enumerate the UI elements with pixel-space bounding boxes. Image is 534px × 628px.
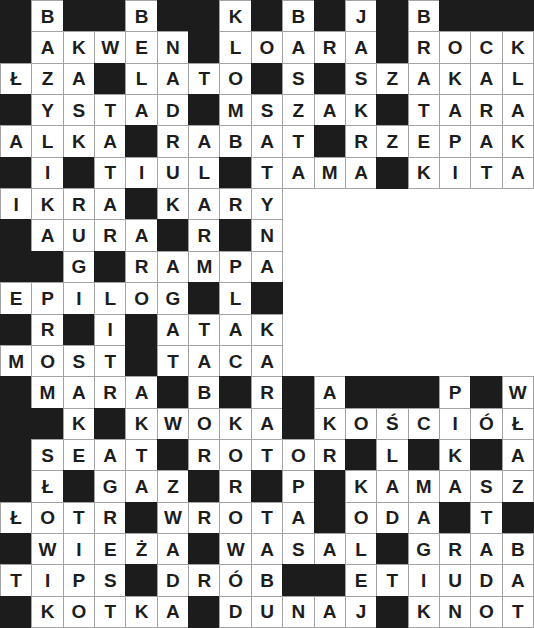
letter-cell-r16c14[interactable]: M [409,471,439,501]
letter-cell-r16c8[interactable]: R [220,471,250,501]
black-cell-r18c13 [377,534,407,564]
letter-cell-r13c11[interactable]: A [315,377,345,407]
void-r12c10 [283,346,313,376]
black-cell-r1c7 [189,1,219,31]
letter-cell-r9c5[interactable]: R [126,252,156,282]
letter-cell-r19c3[interactable]: P [64,565,94,595]
letter-cell-r18c3[interactable]: I [64,534,94,564]
letter-cell-r4c16[interactable]: R [471,95,501,125]
letter-cell-r3c15[interactable]: K [440,64,470,94]
letter-cell-r2c14[interactable]: R [409,32,439,62]
letter-cell-r4c17[interactable]: A [503,95,533,125]
letter-cell-r8c5[interactable]: A [126,220,156,250]
letter-cell-r2c5[interactable]: E [126,32,156,62]
letter-cell-r8c3[interactable]: U [64,220,94,250]
letter-cell-r4c12[interactable]: K [346,95,376,125]
letter-cell-r11c7[interactable]: T [189,315,219,345]
letter-cell-r13c9[interactable]: R [252,377,282,407]
letter-cell-r1c14[interactable]: B [409,1,439,31]
black-cell-r14c10 [283,409,313,439]
letter-cell-r15c10[interactable]: O [283,440,313,470]
letter-cell-r2c3[interactable]: K [64,32,94,62]
letter-cell-r6c14[interactable]: K [409,158,439,188]
letter-cell-r5c17[interactable]: K [503,126,533,156]
letter-cell-r3c14[interactable]: A [409,64,439,94]
letter-cell-r16c16[interactable]: S [471,471,501,501]
letter-cell-r17c16[interactable]: T [471,503,501,533]
letter-cell-r14c7[interactable]: O [189,409,219,439]
void-r8c15 [440,220,470,250]
letter-cell-r19c6[interactable]: D [158,565,188,595]
letter-cell-r7c3[interactable]: R [64,189,94,219]
letter-cell-r2c6[interactable]: N [158,32,188,62]
letter-cell-r10c4[interactable]: L [95,283,125,313]
letter-cell-r13c2[interactable]: M [32,377,62,407]
letter-cell-r14c9[interactable]: A [252,409,282,439]
black-cell-r1c3 [64,1,94,31]
black-cell-r1c17 [503,1,533,31]
letter-cell-r3c17[interactable]: L [503,64,533,94]
letter-cell-r5c15[interactable]: P [440,126,470,156]
black-cell-r1c9 [252,1,282,31]
letter-cell-r15c2[interactable]: S [32,440,62,470]
letter-cell-r17c14[interactable]: A [409,503,439,533]
letter-cell-r2c8[interactable]: L [220,32,250,62]
letter-cell-r3c3[interactable]: A [64,64,94,94]
letter-cell-r12c4[interactable]: T [95,346,125,376]
black-cell-r15c12 [346,440,376,470]
letter-cell-r4c11[interactable]: A [315,95,345,125]
letter-cell-r19c15[interactable]: U [440,565,470,595]
black-cell-r13c1 [1,377,31,407]
letter-cell-r19c12[interactable]: E [346,565,376,595]
letter-cell-r8c9[interactable]: N [252,220,282,250]
letter-cell-r20c16[interactable]: O [471,597,501,627]
letter-cell-r8c4[interactable]: R [95,220,125,250]
letter-cell-r12c8[interactable]: C [220,346,250,376]
letter-cell-r1c5[interactable]: B [126,1,156,31]
void-r11c14 [409,315,439,345]
letter-cell-r6c10[interactable]: A [283,158,313,188]
letter-cell-r14c14[interactable]: C [409,409,439,439]
letter-cell-r17c13[interactable]: D [377,503,407,533]
black-cell-r15c1 [1,440,31,470]
letter-cell-r1c8[interactable]: K [220,1,250,31]
letter-cell-r7c4[interactable]: A [95,189,125,219]
black-cell-r17c15 [440,503,470,533]
letter-cell-r6c17[interactable]: A [503,158,533,188]
letter-cell-r2c15[interactable]: O [440,32,470,62]
letter-cell-r9c3[interactable]: G [64,252,94,282]
void-r8c16 [471,220,501,250]
letter-cell-r9c6[interactable]: A [158,252,188,282]
void-r7c14 [409,189,439,219]
letter-cell-r15c13[interactable]: L [377,440,407,470]
letter-cell-r14c6[interactable]: W [158,409,188,439]
letter-cell-r12c9[interactable]: A [252,346,282,376]
void-r9c17 [503,252,533,282]
letter-cell-r2c16[interactable]: C [471,32,501,62]
black-cell-r11c5 [126,315,156,345]
letter-cell-r16c12[interactable]: K [346,471,376,501]
letter-cell-r3c1[interactable]: Ł [1,64,31,94]
letter-cell-r11c6[interactable]: A [158,315,188,345]
black-cell-r3c9 [252,64,282,94]
black-cell-r20c7 [189,597,219,627]
letter-cell-r7c1[interactable]: I [1,189,31,219]
letter-cell-r2c2[interactable]: A [32,32,62,62]
letter-cell-r6c2[interactable]: I [32,158,62,188]
black-cell-r6c1 [1,158,31,188]
void-r10c13 [377,283,407,313]
letter-cell-r20c5[interactable]: K [126,597,156,627]
letter-cell-r19c4[interactable]: S [95,565,125,595]
letter-cell-r19c14[interactable]: I [409,565,439,595]
black-cell-r19c11 [315,565,345,595]
letter-cell-r4c6[interactable]: D [158,95,188,125]
letter-cell-r14c16[interactable]: Ó [471,409,501,439]
black-cell-r14c1 [1,409,31,439]
letter-cell-r20c2[interactable]: K [32,597,62,627]
letter-cell-r14c8[interactable]: K [220,409,250,439]
letter-cell-r19c7[interactable]: R [189,565,219,595]
letter-cell-r9c8[interactable]: P [220,252,250,282]
letter-cell-r20c17[interactable]: T [503,597,533,627]
letter-cell-r4c14[interactable]: T [409,95,439,125]
letter-cell-r9c9[interactable]: A [252,252,282,282]
letter-cell-r6c9[interactable]: T [252,158,282,188]
letter-cell-r15c5[interactable]: T [126,440,156,470]
letter-cell-r7c6[interactable]: K [158,189,188,219]
letter-cell-r6c4[interactable]: T [95,158,125,188]
letter-cell-r13c5[interactable]: A [126,377,156,407]
black-cell-r14c2 [32,409,62,439]
black-cell-r16c9 [252,471,282,501]
letter-cell-r12c6[interactable]: T [158,346,188,376]
void-r9c13 [377,252,407,282]
letter-cell-r6c11[interactable]: M [315,158,345,188]
letter-cell-r18c10[interactable]: S [283,534,313,564]
black-cell-r15c6 [158,440,188,470]
black-cell-r16c7 [189,471,219,501]
letter-cell-r15c9[interactable]: T [252,440,282,470]
letter-cell-r6c6[interactable]: U [158,158,188,188]
letter-cell-r20c4[interactable]: T [95,597,125,627]
letter-cell-r2c10[interactable]: A [283,32,313,62]
void-r7c17 [503,189,533,219]
letter-cell-r19c16[interactable]: D [471,565,501,595]
black-cell-r13c14 [409,377,439,407]
letter-cell-r1c2[interactable]: B [32,1,62,31]
letter-cell-r18c8[interactable]: W [220,534,250,564]
letter-cell-r20c8[interactable]: D [220,597,250,627]
letter-cell-r5c6[interactable]: R [158,126,188,156]
letter-cell-r16c15[interactable]: A [440,471,470,501]
black-cell-r13c6 [158,377,188,407]
void-r10c15 [440,283,470,313]
void-r7c12 [346,189,376,219]
black-cell-r1c16 [471,1,501,31]
letter-cell-r3c10[interactable]: S [283,64,313,94]
letter-cell-r20c10[interactable]: N [283,597,313,627]
letter-cell-r5c1[interactable]: A [1,126,31,156]
letter-cell-r11c9[interactable]: K [252,315,282,345]
letter-cell-r5c2[interactable]: L [32,126,62,156]
black-cell-r8c1 [1,220,31,250]
letter-cell-r19c13[interactable]: T [377,565,407,595]
letter-cell-r17c4[interactable]: R [95,503,125,533]
void-r9c11 [315,252,345,282]
letter-cell-r5c10[interactable]: T [283,126,313,156]
letter-cell-r4c5[interactable]: A [126,95,156,125]
black-cell-r18c7 [189,534,219,564]
letter-cell-r13c7[interactable]: B [189,377,219,407]
void-r8c13 [377,220,407,250]
void-r12c17 [503,346,533,376]
void-r8c11 [315,220,345,250]
letter-cell-r13c3[interactable]: A [64,377,94,407]
letter-cell-r6c15[interactable]: I [440,158,470,188]
black-cell-r3c4 [95,64,125,94]
letter-cell-r11c2[interactable]: R [32,315,62,345]
black-cell-r6c13 [377,158,407,188]
letter-cell-r4c3[interactable]: S [64,95,94,125]
letter-cell-r7c2[interactable]: K [32,189,62,219]
letter-cell-r20c3[interactable]: O [64,597,94,627]
letter-cell-r3c16[interactable]: A [471,64,501,94]
letter-cell-r16c5[interactable]: A [126,471,156,501]
letter-cell-r16c13[interactable]: A [377,471,407,501]
letter-cell-r14c13[interactable]: Ś [377,409,407,439]
letter-cell-r5c7[interactable]: A [189,126,219,156]
letter-cell-r7c7[interactable]: A [189,189,219,219]
void-r11c12 [346,315,376,345]
letter-cell-r14c12[interactable]: O [346,409,376,439]
letter-cell-r18c12[interactable]: L [346,534,376,564]
letter-cell-r5c12[interactable]: R [346,126,376,156]
letter-cell-r16c10[interactable]: P [283,471,313,501]
letter-cell-r3c5[interactable]: L [126,64,156,94]
void-r7c13 [377,189,407,219]
letter-cell-r16c4[interactable]: G [95,471,125,501]
letter-cell-r9c7[interactable]: M [189,252,219,282]
letter-cell-r20c6[interactable]: A [158,597,188,627]
black-cell-r15c16 [471,440,501,470]
letter-cell-r5c16[interactable]: A [471,126,501,156]
letter-cell-r6c7[interactable]: L [189,158,219,188]
letter-cell-r4c2[interactable]: Y [32,95,62,125]
letter-cell-r14c3[interactable]: K [64,409,94,439]
letter-cell-r15c17[interactable]: A [503,440,533,470]
letter-cell-r3c6[interactable]: A [158,64,188,94]
letter-cell-r5c14[interactable]: E [409,126,439,156]
letter-cell-r12c3[interactable]: S [64,346,94,376]
void-r9c15 [440,252,470,282]
letter-cell-r20c9[interactable]: U [252,597,282,627]
black-cell-r5c5 [126,126,156,156]
black-cell-r9c1 [1,252,31,282]
letter-cell-r17c10[interactable]: A [283,503,313,533]
void-r11c16 [471,315,501,345]
letter-cell-r6c16[interactable]: T [471,158,501,188]
letter-cell-r4c8[interactable]: M [220,95,250,125]
letter-cell-r14c5[interactable]: K [126,409,156,439]
letter-cell-r4c9[interactable]: S [252,95,282,125]
letter-cell-r15c4[interactable]: A [95,440,125,470]
black-cell-r17c5 [126,503,156,533]
void-r8c12 [346,220,376,250]
letter-cell-r5c3[interactable]: K [64,126,94,156]
letter-cell-r10c2[interactable]: P [32,283,62,313]
letter-cell-r17c12[interactable]: O [346,503,376,533]
letter-cell-r17c6[interactable]: W [158,503,188,533]
letter-cell-r17c9[interactable]: T [252,503,282,533]
letter-cell-r19c2[interactable]: I [32,565,62,595]
letter-cell-r10c5[interactable]: O [126,283,156,313]
void-r8c17 [503,220,533,250]
void-r11c10 [283,315,313,345]
void-r9c16 [471,252,501,282]
letter-cell-r2c9[interactable]: O [252,32,282,62]
letter-cell-r3c13[interactable]: Z [377,64,407,94]
letter-cell-r19c1[interactable]: T [1,565,31,595]
letter-cell-r14c17[interactable]: Ł [503,409,533,439]
letter-cell-r18c6[interactable]: A [158,534,188,564]
letter-cell-r16c6[interactable]: Z [158,471,188,501]
letter-cell-r3c12[interactable]: S [346,64,376,94]
letter-cell-r2c11[interactable]: R [315,32,345,62]
letter-cell-r11c4[interactable]: I [95,315,125,345]
black-cell-r6c3 [64,158,94,188]
letter-cell-r7c8[interactable]: R [220,189,250,219]
letter-cell-r2c17[interactable]: K [503,32,533,62]
letter-cell-r6c5[interactable]: I [126,158,156,188]
letter-cell-r18c15[interactable]: R [440,534,470,564]
letter-cell-r4c4[interactable]: T [95,95,125,125]
letter-cell-r10c1[interactable]: E [1,283,31,313]
letter-cell-r15c3[interactable]: E [64,440,94,470]
letter-cell-r3c7[interactable]: T [189,64,219,94]
letter-cell-r5c4[interactable]: A [95,126,125,156]
black-cell-r19c10 [283,565,313,595]
letter-cell-r11c8[interactable]: A [220,315,250,345]
letter-cell-r16c2[interactable]: Ł [32,471,62,501]
letter-cell-r4c15[interactable]: A [440,95,470,125]
letter-cell-r4c10[interactable]: Z [283,95,313,125]
letter-cell-r2c4[interactable]: W [95,32,125,62]
letter-cell-r18c4[interactable]: E [95,534,125,564]
letter-cell-r17c3[interactable]: T [64,503,94,533]
letter-cell-r5c9[interactable]: A [252,126,282,156]
letter-cell-r18c11[interactable]: A [315,534,345,564]
black-cell-r15c14 [409,440,439,470]
letter-cell-r19c17[interactable]: A [503,565,533,595]
black-cell-r16c1 [1,471,31,501]
letter-cell-r10c3[interactable]: I [64,283,94,313]
letter-cell-r17c2[interactable]: O [32,503,62,533]
letter-cell-r5c8[interactable]: B [220,126,250,156]
letter-cell-r10c8[interactable]: L [220,283,250,313]
black-cell-r1c11 [315,1,345,31]
letter-cell-r12c7[interactable]: A [189,346,219,376]
black-cell-r16c3 [64,471,94,501]
void-r8c14 [409,220,439,250]
letter-cell-r20c12[interactable]: J [346,597,376,627]
void-r7c11 [315,189,345,219]
letter-cell-r6c12[interactable]: A [346,158,376,188]
letter-cell-r18c17[interactable]: B [503,534,533,564]
letter-cell-r18c5[interactable]: Ż [126,534,156,564]
void-r12c15 [440,346,470,376]
void-r9c12 [346,252,376,282]
letter-cell-r14c11[interactable]: K [315,409,345,439]
black-cell-r9c2 [32,252,62,282]
void-r10c14 [409,283,439,313]
letter-cell-r18c9[interactable]: A [252,534,282,564]
letter-cell-r20c11[interactable]: A [315,597,345,627]
black-cell-r13c16 [471,377,501,407]
letter-cell-r20c15[interactable]: N [440,597,470,627]
letter-cell-r15c11[interactable]: R [315,440,345,470]
letter-cell-r17c7[interactable]: R [189,503,219,533]
black-cell-r14c4 [95,409,125,439]
black-cell-r12c5 [126,346,156,376]
letter-cell-r5c13[interactable]: Z [377,126,407,156]
letter-cell-r18c2[interactable]: W [32,534,62,564]
letter-cell-r16c17[interactable]: Z [503,471,533,501]
void-r10c12 [346,283,376,313]
letter-cell-r13c15[interactable]: P [440,377,470,407]
letter-cell-r1c10[interactable]: B [283,1,313,31]
letter-cell-r18c14[interactable]: G [409,534,439,564]
letter-cell-r19c8[interactable]: Ó [220,565,250,595]
letter-cell-r20c14[interactable]: K [409,597,439,627]
black-cell-r8c6 [158,220,188,250]
letter-cell-r8c7[interactable]: R [189,220,219,250]
letter-cell-r19c9[interactable]: B [252,565,282,595]
black-cell-r1c13 [377,1,407,31]
letter-cell-r13c4[interactable]: R [95,377,125,407]
black-cell-r19c5 [126,565,156,595]
letter-cell-r17c1[interactable]: Ł [1,503,31,533]
black-cell-r13c12 [346,377,376,407]
black-cell-r13c8 [220,377,250,407]
black-cell-r17c17 [503,503,533,533]
letter-cell-r15c15[interactable]: K [440,440,470,470]
void-r12c16 [471,346,501,376]
letter-cell-r2c12[interactable]: A [346,32,376,62]
letter-cell-r12c2[interactable]: O [32,346,62,376]
letter-cell-r3c8[interactable]: O [220,64,250,94]
letter-cell-r15c8[interactable]: O [220,440,250,470]
letter-cell-r10c6[interactable]: G [158,283,188,313]
letter-cell-r1c12[interactable]: J [346,1,376,31]
black-cell-r1c15 [440,1,470,31]
black-cell-r10c9 [252,283,282,313]
void-r12c14 [409,346,439,376]
letter-cell-r13c17[interactable]: W [503,377,533,407]
black-cell-r2c1 [1,32,31,62]
letter-cell-r8c2[interactable]: A [32,220,62,250]
letter-cell-r7c9[interactable]: Y [252,189,282,219]
black-cell-r5c11 [315,126,345,156]
letter-cell-r3c2[interactable]: Z [32,64,62,94]
letter-cell-r14c15[interactable]: I [440,409,470,439]
letter-cell-r17c8[interactable]: O [220,503,250,533]
letter-cell-r15c7[interactable]: R [189,440,219,470]
letter-cell-r12c1[interactable]: M [1,346,31,376]
letter-cell-r18c16[interactable]: A [471,534,501,564]
